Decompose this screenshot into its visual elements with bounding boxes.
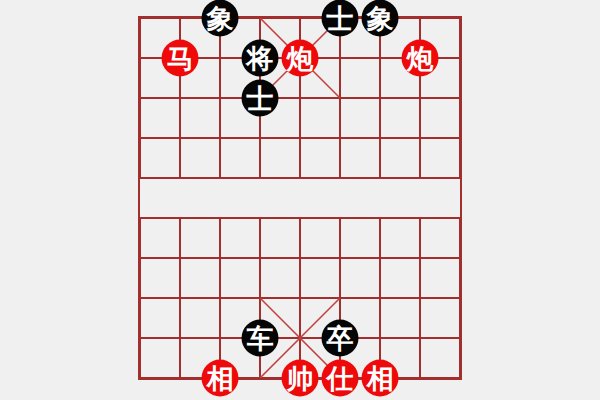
board-cell xyxy=(140,138,180,178)
river-cell xyxy=(340,178,380,218)
board-cell xyxy=(300,218,340,258)
board-cell xyxy=(180,298,220,338)
board-cell xyxy=(380,98,420,138)
piece-black-elephant[interactable]: 象 xyxy=(362,0,399,37)
board-cell xyxy=(260,258,300,298)
river-cell xyxy=(300,178,340,218)
piece-black-elephant[interactable]: 象 xyxy=(202,0,239,37)
board-cell xyxy=(140,338,180,378)
piece-red-elephant[interactable]: 相 xyxy=(202,360,239,397)
board-cell xyxy=(220,218,260,258)
board-cell xyxy=(340,58,380,98)
piece-red-advisor[interactable]: 仕 xyxy=(322,360,359,397)
board-cell xyxy=(300,138,340,178)
board-cell xyxy=(140,298,180,338)
board-cell xyxy=(140,218,180,258)
board-cell xyxy=(140,258,180,298)
river-cell xyxy=(380,178,420,218)
board-cell xyxy=(420,98,460,138)
river-cell xyxy=(420,178,460,218)
piece-red-cannon[interactable]: 炮 xyxy=(282,40,319,77)
piece-red-horse[interactable]: 马 xyxy=(162,40,199,77)
board-cell xyxy=(180,98,220,138)
piece-red-cannon[interactable]: 炮 xyxy=(402,40,439,77)
piece-black-pawn[interactable]: 卒 xyxy=(322,320,359,357)
river-cell xyxy=(260,178,300,218)
board-cell xyxy=(300,258,340,298)
board-cell xyxy=(380,298,420,338)
board-cell xyxy=(220,138,260,178)
xiangqi-board-diagram: 象士象马将炮炮士车卒相帅仕相 xyxy=(0,0,600,400)
piece-black-advisor[interactable]: 士 xyxy=(242,80,279,117)
piece-red-general[interactable]: 帅 xyxy=(282,360,319,397)
board-cell xyxy=(340,138,380,178)
piece-black-advisor[interactable]: 士 xyxy=(322,0,359,37)
board-cell xyxy=(420,138,460,178)
board-cell xyxy=(380,138,420,178)
board-cell xyxy=(420,218,460,258)
board-cell xyxy=(380,218,420,258)
river-cell xyxy=(180,178,220,218)
piece-black-general[interactable]: 将 xyxy=(242,40,279,77)
piece-red-elephant[interactable]: 相 xyxy=(362,360,399,397)
board-cell xyxy=(420,258,460,298)
board-cell xyxy=(340,98,380,138)
piece-black-chariot[interactable]: 车 xyxy=(242,320,279,357)
board-cell xyxy=(180,138,220,178)
river-cell xyxy=(220,178,260,218)
board-cell xyxy=(340,218,380,258)
board-cell xyxy=(180,258,220,298)
river-cell xyxy=(140,178,180,218)
board-cell xyxy=(340,258,380,298)
board-cell xyxy=(300,98,340,138)
board-cell xyxy=(420,298,460,338)
board-cell xyxy=(180,218,220,258)
board-cell xyxy=(260,218,300,258)
board-cell xyxy=(140,98,180,138)
board-cell xyxy=(220,258,260,298)
board-cell xyxy=(420,338,460,378)
board-cell xyxy=(260,138,300,178)
board-cell xyxy=(380,258,420,298)
